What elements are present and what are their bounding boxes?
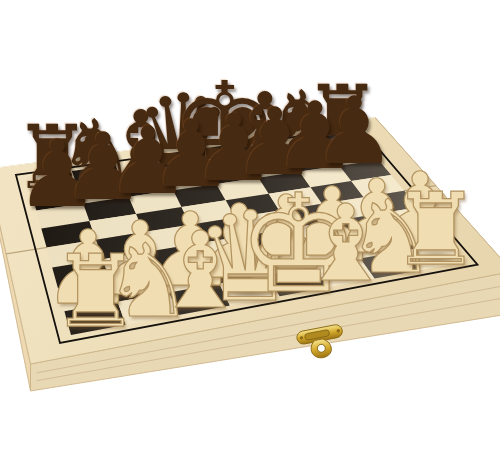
wooden-chess-set-photo: ♜♞♝♛♚♝♞♜♟♟♟♟♟♟♟♟♟♟♟♟♟♟♟♟♜♞♝♛♚♝♞♜ [0,0,500,460]
piece-white-rook-h1[interactable]: ♜ [391,180,481,280]
